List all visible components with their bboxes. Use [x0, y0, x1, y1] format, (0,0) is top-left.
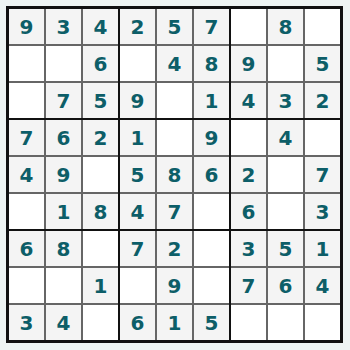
cell-r2c1[interactable] [9, 46, 44, 81]
cell-r7c6[interactable] [194, 231, 229, 266]
cell-r3c9[interactable]: 2 [305, 83, 340, 118]
cell-r8c5[interactable]: 9 [157, 268, 192, 303]
cell-r3c5[interactable] [157, 83, 192, 118]
cell-r1c2[interactable]: 3 [46, 9, 81, 44]
cell-r4c3[interactable]: 2 [83, 120, 118, 155]
cell-r9c4[interactable]: 6 [120, 305, 155, 340]
cell-r7c9[interactable]: 1 [305, 231, 340, 266]
cell-r6c2[interactable]: 1 [46, 194, 81, 229]
cell-r2c8[interactable] [268, 46, 303, 81]
cell-r3c4[interactable]: 9 [120, 83, 155, 118]
cell-r8c4[interactable] [120, 268, 155, 303]
cell-r5c5[interactable]: 8 [157, 157, 192, 192]
cell-r4c4[interactable]: 1 [120, 120, 155, 155]
cell-r9c9[interactable] [305, 305, 340, 340]
cell-r8c2[interactable] [46, 268, 81, 303]
sudoku-box-8: 729615 [120, 231, 229, 340]
cell-r5c2[interactable]: 9 [46, 157, 81, 192]
cell-r8c6[interactable] [194, 268, 229, 303]
cell-r2c3[interactable]: 6 [83, 46, 118, 81]
cell-r4c9[interactable] [305, 120, 340, 155]
cell-r4c7[interactable] [231, 120, 266, 155]
cell-r7c2[interactable]: 8 [46, 231, 81, 266]
cell-r7c3[interactable] [83, 231, 118, 266]
sudoku-board: 9346752574891895432762491819586474276368… [6, 6, 343, 343]
cell-r2c7[interactable]: 9 [231, 46, 266, 81]
cell-r4c6[interactable]: 9 [194, 120, 229, 155]
sudoku-box-4: 7624918 [9, 120, 118, 229]
sudoku-page: 9346752574891895432762491819586474276368… [0, 0, 350, 349]
cell-r1c9[interactable] [305, 9, 340, 44]
cell-r9c3[interactable] [83, 305, 118, 340]
cell-r5c9[interactable]: 7 [305, 157, 340, 192]
cell-r3c1[interactable] [9, 83, 44, 118]
cell-r1c3[interactable]: 4 [83, 9, 118, 44]
cell-r4c5[interactable] [157, 120, 192, 155]
cell-r9c6[interactable]: 5 [194, 305, 229, 340]
cell-r8c3[interactable]: 1 [83, 268, 118, 303]
cell-r9c8[interactable] [268, 305, 303, 340]
cell-r6c8[interactable] [268, 194, 303, 229]
sudoku-box-3: 895432 [231, 9, 340, 118]
sudoku-box-6: 42763 [231, 120, 340, 229]
cell-r6c3[interactable]: 8 [83, 194, 118, 229]
cell-r7c1[interactable]: 6 [9, 231, 44, 266]
cell-r4c1[interactable]: 7 [9, 120, 44, 155]
cell-r6c1[interactable] [9, 194, 44, 229]
cell-r8c9[interactable]: 4 [305, 268, 340, 303]
cell-r7c5[interactable]: 2 [157, 231, 192, 266]
cell-r2c5[interactable]: 4 [157, 46, 192, 81]
cell-r2c2[interactable] [46, 46, 81, 81]
sudoku-box-7: 68134 [9, 231, 118, 340]
cell-r8c7[interactable]: 7 [231, 268, 266, 303]
cell-r2c4[interactable] [120, 46, 155, 81]
cell-r4c8[interactable]: 4 [268, 120, 303, 155]
cell-r8c1[interactable] [9, 268, 44, 303]
cell-r3c3[interactable]: 5 [83, 83, 118, 118]
sudoku-box-2: 2574891 [120, 9, 229, 118]
cell-r5c3[interactable] [83, 157, 118, 192]
cell-r3c8[interactable]: 3 [268, 83, 303, 118]
cell-r6c6[interactable] [194, 194, 229, 229]
cell-r9c5[interactable]: 1 [157, 305, 192, 340]
cell-r6c5[interactable]: 7 [157, 194, 192, 229]
sudoku-box-9: 351764 [231, 231, 340, 340]
cell-r2c9[interactable]: 5 [305, 46, 340, 81]
cell-r9c1[interactable]: 3 [9, 305, 44, 340]
cell-r7c8[interactable]: 5 [268, 231, 303, 266]
cell-r9c2[interactable]: 4 [46, 305, 81, 340]
cell-r4c2[interactable]: 6 [46, 120, 81, 155]
cell-r1c6[interactable]: 7 [194, 9, 229, 44]
cell-r6c9[interactable]: 3 [305, 194, 340, 229]
cell-r9c7[interactable] [231, 305, 266, 340]
cell-r6c7[interactable]: 6 [231, 194, 266, 229]
sudoku-box-5: 1958647 [120, 120, 229, 229]
cell-r3c2[interactable]: 7 [46, 83, 81, 118]
cell-r1c7[interactable] [231, 9, 266, 44]
cell-r3c7[interactable]: 4 [231, 83, 266, 118]
cell-r5c6[interactable]: 6 [194, 157, 229, 192]
cell-r1c8[interactable]: 8 [268, 9, 303, 44]
cell-r7c4[interactable]: 7 [120, 231, 155, 266]
cell-r6c4[interactable]: 4 [120, 194, 155, 229]
cell-r3c6[interactable]: 1 [194, 83, 229, 118]
cell-r2c6[interactable]: 8 [194, 46, 229, 81]
cell-r1c1[interactable]: 9 [9, 9, 44, 44]
cell-r7c7[interactable]: 3 [231, 231, 266, 266]
cell-r1c5[interactable]: 5 [157, 9, 192, 44]
cell-r5c4[interactable]: 5 [120, 157, 155, 192]
cell-r5c8[interactable] [268, 157, 303, 192]
cell-r1c4[interactable]: 2 [120, 9, 155, 44]
cell-r5c7[interactable]: 2 [231, 157, 266, 192]
cell-r5c1[interactable]: 4 [9, 157, 44, 192]
sudoku-box-1: 934675 [9, 9, 118, 118]
cell-r8c8[interactable]: 6 [268, 268, 303, 303]
